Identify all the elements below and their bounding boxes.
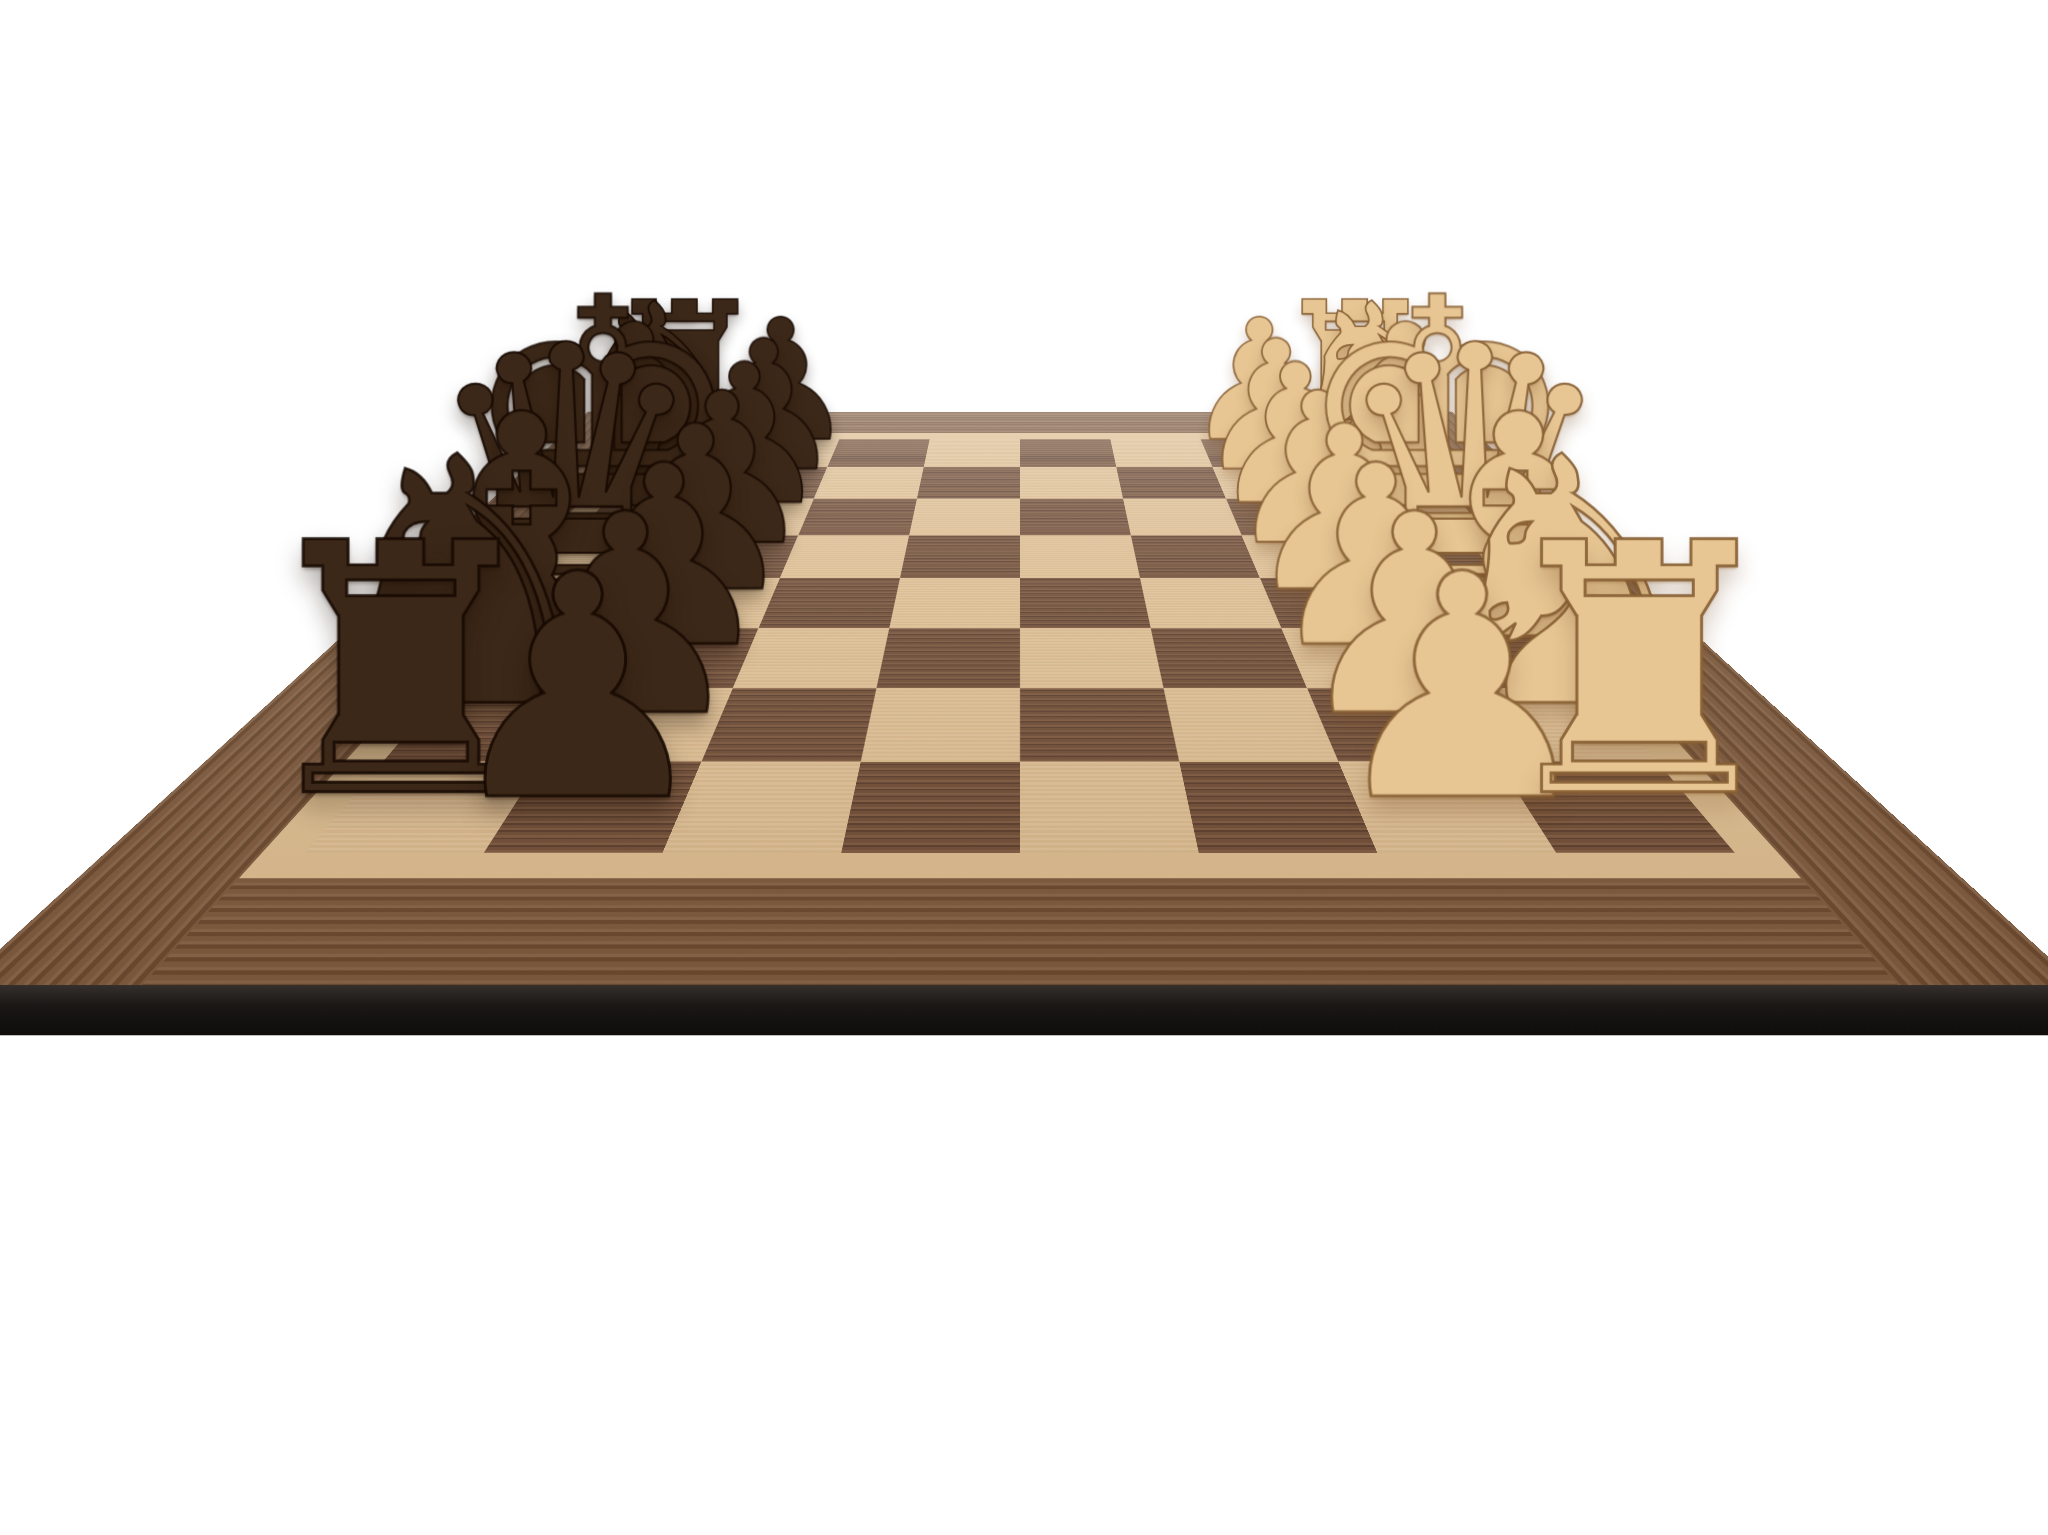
square-g5 [917, 467, 1020, 499]
square-e5 [900, 535, 1020, 578]
board-front-edge [0, 985, 2048, 1036]
square-f4 [1020, 499, 1131, 536]
square-d5 [889, 578, 1020, 628]
square-h4 [1020, 439, 1116, 467]
square-f5 [909, 499, 1020, 536]
square-a5 [841, 762, 1020, 853]
square-c5 [876, 628, 1020, 688]
piece-black-pawn-a7: ♟ [439, 535, 717, 845]
chess-board: ♜♟♟♜♞♟♟♞♝♟♟♝♚♟♟♚♛♟♟♛♝♟♟♝♞♟♟♞♜♟♟♜ [0, 412, 2048, 985]
square-h5 [924, 439, 1020, 467]
square-g4 [1020, 467, 1123, 499]
square-e4 [1020, 535, 1140, 578]
board-maple-frame: ♜♟♟♜♞♟♟♞♝♟♟♝♚♟♟♚♛♟♟♛♝♟♟♝♞♟♟♞♜♟♟♜ [239, 433, 1801, 878]
square-c4 [1020, 628, 1164, 688]
square-a1: ♜ [1498, 762, 1735, 853]
board-top-surface: ♜♟♟♜♞♟♟♞♝♟♟♝♚♟♟♚♛♟♟♛♝♟♟♝♞♟♟♞♜♟♟♜ [0, 412, 2048, 985]
piece-white-rook-a1: ♜ [1484, 498, 1795, 845]
square-d4 [1020, 578, 1151, 628]
chess-set-photo: ♜♟♟♜♞♟♟♞♝♟♟♝♚♟♟♚♛♟♟♛♝♟♟♝♞♟♟♞♜♟♟♜ [0, 0, 2048, 1535]
square-b5 [861, 688, 1020, 761]
square-a7: ♟ [484, 762, 702, 853]
board-squares: ♜♟♟♜♞♟♟♞♝♟♟♝♚♟♟♚♛♟♟♛♝♟♟♝♞♟♟♞♜♟♟♜ [305, 439, 1735, 853]
square-a4 [1020, 762, 1199, 853]
square-b4 [1020, 688, 1179, 761]
